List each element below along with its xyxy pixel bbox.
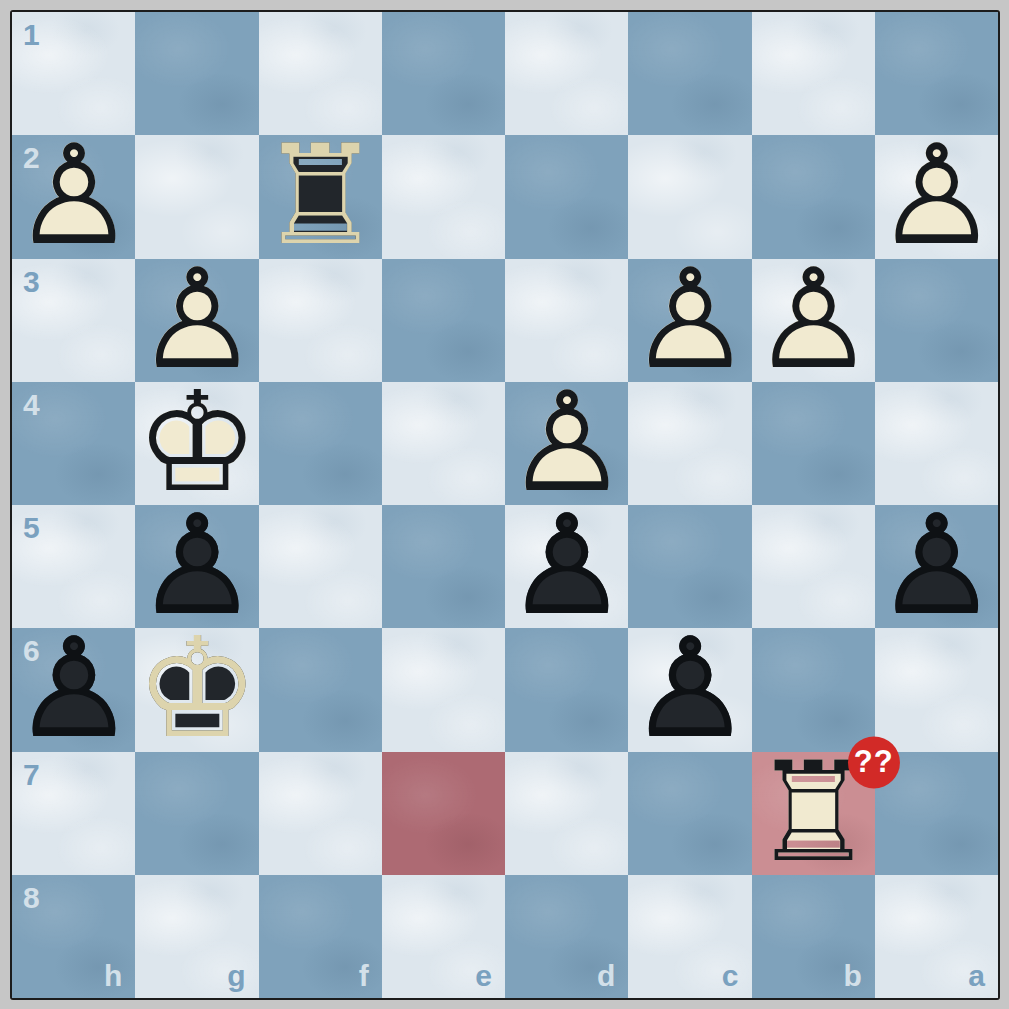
- rank-label-4: 4: [23, 390, 40, 420]
- square-e3[interactable]: [382, 259, 505, 382]
- square-c6[interactable]: ♟: [628, 628, 751, 751]
- piece-black-king-g6[interactable]: ♚: [135, 628, 258, 751]
- square-c4[interactable]: [628, 382, 751, 505]
- square-a8[interactable]: a: [875, 875, 998, 998]
- square-f4[interactable]: [259, 382, 382, 505]
- square-h3[interactable]: 3: [12, 259, 135, 382]
- square-f3[interactable]: [259, 259, 382, 382]
- square-c1[interactable]: [628, 12, 751, 135]
- square-e8[interactable]: e: [382, 875, 505, 998]
- square-f7[interactable]: [259, 752, 382, 875]
- rank-label-5: 5: [23, 513, 40, 543]
- square-c7[interactable]: [628, 752, 751, 875]
- square-b3[interactable]: ♟: [752, 259, 875, 382]
- square-g6[interactable]: ♚: [135, 628, 258, 751]
- square-b8[interactable]: b: [752, 875, 875, 998]
- square-a5[interactable]: ♟: [875, 505, 998, 628]
- square-e4[interactable]: [382, 382, 505, 505]
- chess-diagram-page: { "game": "chess", "position": { "fen": …: [0, 0, 1009, 1009]
- square-f2[interactable]: ♜: [259, 135, 382, 258]
- square-d6[interactable]: [505, 628, 628, 751]
- chess-board: 12♟♜♟3♟♟♟4♚♟5♟♟♟6♟♚♟7♜??8hgfedcba: [12, 12, 998, 998]
- piece-white-pawn-b3[interactable]: ♟: [752, 259, 875, 382]
- piece-white-pawn-c3[interactable]: ♟: [628, 259, 751, 382]
- piece-black-pawn-c6[interactable]: ♟: [628, 628, 751, 751]
- file-label-f: f: [359, 961, 369, 991]
- piece-black-pawn-h6[interactable]: ♟: [12, 628, 135, 751]
- square-d2[interactable]: [505, 135, 628, 258]
- square-e1[interactable]: [382, 12, 505, 135]
- square-g7[interactable]: [135, 752, 258, 875]
- piece-white-pawn-a2[interactable]: ♟: [875, 135, 998, 258]
- square-c8[interactable]: c: [628, 875, 751, 998]
- square-h6[interactable]: 6♟: [12, 628, 135, 751]
- piece-black-pawn-d5[interactable]: ♟: [505, 505, 628, 628]
- square-b1[interactable]: [752, 12, 875, 135]
- rank-label-1: 1: [23, 20, 40, 50]
- piece-black-pawn-a5[interactable]: ♟: [875, 505, 998, 628]
- square-b7[interactable]: ♜??: [752, 752, 875, 875]
- square-f5[interactable]: [259, 505, 382, 628]
- file-label-b: b: [843, 961, 861, 991]
- file-label-a: a: [968, 961, 985, 991]
- square-f6[interactable]: [259, 628, 382, 751]
- file-label-c: c: [722, 961, 739, 991]
- square-h8[interactable]: 8h: [12, 875, 135, 998]
- file-label-e: e: [475, 961, 492, 991]
- square-b4[interactable]: [752, 382, 875, 505]
- file-label-d: d: [597, 961, 615, 991]
- square-h7[interactable]: 7: [12, 752, 135, 875]
- square-a2[interactable]: ♟: [875, 135, 998, 258]
- square-e6[interactable]: [382, 628, 505, 751]
- square-h2[interactable]: 2♟: [12, 135, 135, 258]
- square-e2[interactable]: [382, 135, 505, 258]
- square-h4[interactable]: 4: [12, 382, 135, 505]
- square-e7[interactable]: [382, 752, 505, 875]
- square-a6[interactable]: [875, 628, 998, 751]
- piece-black-rook-f2[interactable]: ♜: [259, 135, 382, 258]
- square-d7[interactable]: [505, 752, 628, 875]
- file-label-g: g: [227, 961, 245, 991]
- piece-white-pawn-h2[interactable]: ♟: [12, 135, 135, 258]
- square-b5[interactable]: [752, 505, 875, 628]
- file-label-h: h: [104, 961, 122, 991]
- square-g1[interactable]: [135, 12, 258, 135]
- square-d5[interactable]: ♟: [505, 505, 628, 628]
- square-d8[interactable]: d: [505, 875, 628, 998]
- square-g8[interactable]: g: [135, 875, 258, 998]
- blunder-annotation-badge: ??: [848, 736, 900, 788]
- board-frame: 12♟♜♟3♟♟♟4♚♟5♟♟♟6♟♚♟7♜??8hgfedcba: [10, 10, 1000, 1000]
- rank-label-8: 8: [23, 883, 40, 913]
- square-c3[interactable]: ♟: [628, 259, 751, 382]
- square-a3[interactable]: [875, 259, 998, 382]
- square-f8[interactable]: f: [259, 875, 382, 998]
- square-e5[interactable]: [382, 505, 505, 628]
- square-d1[interactable]: [505, 12, 628, 135]
